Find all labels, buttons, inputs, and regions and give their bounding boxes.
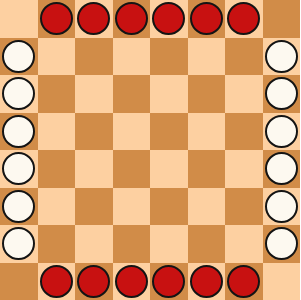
- white-piece[interactable]: [265, 77, 298, 110]
- white-piece[interactable]: [2, 152, 35, 185]
- board: [0, 0, 300, 300]
- board-square-r4c2[interactable]: [38, 113, 76, 151]
- board-square-r5c5[interactable]: [150, 150, 188, 188]
- board-square-r1c6[interactable]: [188, 0, 226, 38]
- board-square-r1c2[interactable]: [38, 0, 76, 38]
- board-square-r7c4[interactable]: [113, 225, 151, 263]
- white-piece[interactable]: [265, 40, 298, 73]
- board-square-r7c1[interactable]: [0, 225, 38, 263]
- red-piece[interactable]: [152, 2, 185, 35]
- red-piece[interactable]: [77, 265, 110, 298]
- white-piece[interactable]: [2, 227, 35, 260]
- board-square-r4c3[interactable]: [75, 113, 113, 151]
- board-square-r6c6[interactable]: [188, 188, 226, 226]
- red-piece[interactable]: [227, 265, 260, 298]
- red-piece[interactable]: [152, 265, 185, 298]
- red-piece[interactable]: [115, 265, 148, 298]
- board-square-r7c3[interactable]: [75, 225, 113, 263]
- white-piece[interactable]: [2, 115, 35, 148]
- board-square-r6c3[interactable]: [75, 188, 113, 226]
- board-square-r1c5[interactable]: [150, 0, 188, 38]
- board-square-r5c4[interactable]: [113, 150, 151, 188]
- board-square-r2c5[interactable]: [150, 38, 188, 76]
- board-square-r7c6[interactable]: [188, 225, 226, 263]
- board-square-r8c4[interactable]: [113, 263, 151, 300]
- board-square-r1c1[interactable]: [0, 0, 38, 38]
- board-square-r8c8[interactable]: [263, 263, 301, 300]
- board-square-r8c1[interactable]: [0, 263, 38, 300]
- board-square-r8c3[interactable]: [75, 263, 113, 300]
- board-square-r1c4[interactable]: [113, 0, 151, 38]
- board-square-r7c5[interactable]: [150, 225, 188, 263]
- board-square-r1c3[interactable]: [75, 0, 113, 38]
- board-square-r6c1[interactable]: [0, 188, 38, 226]
- board-square-r5c6[interactable]: [188, 150, 226, 188]
- board-square-r5c1[interactable]: [0, 150, 38, 188]
- board-square-r7c7[interactable]: [225, 225, 263, 263]
- white-piece[interactable]: [265, 152, 298, 185]
- board-square-r6c2[interactable]: [38, 188, 76, 226]
- board-square-r5c7[interactable]: [225, 150, 263, 188]
- board-square-r5c8[interactable]: [263, 150, 301, 188]
- board-square-r3c7[interactable]: [225, 75, 263, 113]
- board-square-r4c8[interactable]: [263, 113, 301, 151]
- board-square-r6c4[interactable]: [113, 188, 151, 226]
- board-square-r6c8[interactable]: [263, 188, 301, 226]
- white-piece[interactable]: [2, 190, 35, 223]
- board-square-r3c3[interactable]: [75, 75, 113, 113]
- white-piece[interactable]: [265, 190, 298, 223]
- board-square-r8c6[interactable]: [188, 263, 226, 300]
- board-square-r2c8[interactable]: [263, 38, 301, 76]
- board-square-r3c8[interactable]: [263, 75, 301, 113]
- board-square-r1c7[interactable]: [225, 0, 263, 38]
- board-square-r4c6[interactable]: [188, 113, 226, 151]
- board-square-r2c1[interactable]: [0, 38, 38, 76]
- board-square-r3c5[interactable]: [150, 75, 188, 113]
- board-square-r4c4[interactable]: [113, 113, 151, 151]
- board-square-r6c5[interactable]: [150, 188, 188, 226]
- white-piece[interactable]: [265, 115, 298, 148]
- board-square-r2c3[interactable]: [75, 38, 113, 76]
- board-square-r2c4[interactable]: [113, 38, 151, 76]
- board-square-r6c7[interactable]: [225, 188, 263, 226]
- red-piece[interactable]: [190, 2, 223, 35]
- board-square-r7c2[interactable]: [38, 225, 76, 263]
- red-piece[interactable]: [190, 265, 223, 298]
- board-square-r8c5[interactable]: [150, 263, 188, 300]
- board-square-r7c8[interactable]: [263, 225, 301, 263]
- red-piece[interactable]: [40, 265, 73, 298]
- white-piece[interactable]: [2, 77, 35, 110]
- board-square-r2c6[interactable]: [188, 38, 226, 76]
- red-piece[interactable]: [115, 2, 148, 35]
- board-square-r4c1[interactable]: [0, 113, 38, 151]
- red-piece[interactable]: [40, 2, 73, 35]
- board-square-r1c8[interactable]: [263, 0, 301, 38]
- board-square-r5c2[interactable]: [38, 150, 76, 188]
- board-square-r3c2[interactable]: [38, 75, 76, 113]
- red-piece[interactable]: [77, 2, 110, 35]
- white-piece[interactable]: [2, 40, 35, 73]
- board-square-r3c4[interactable]: [113, 75, 151, 113]
- board-square-r3c6[interactable]: [188, 75, 226, 113]
- board-square-r5c3[interactable]: [75, 150, 113, 188]
- red-piece[interactable]: [227, 2, 260, 35]
- board-square-r2c7[interactable]: [225, 38, 263, 76]
- white-piece[interactable]: [265, 227, 298, 260]
- board-square-r3c1[interactable]: [0, 75, 38, 113]
- board-square-r8c2[interactable]: [38, 263, 76, 300]
- board-square-r8c7[interactable]: [225, 263, 263, 300]
- board-square-r4c7[interactable]: [225, 113, 263, 151]
- board-square-r4c5[interactable]: [150, 113, 188, 151]
- board-square-r2c2[interactable]: [38, 38, 76, 76]
